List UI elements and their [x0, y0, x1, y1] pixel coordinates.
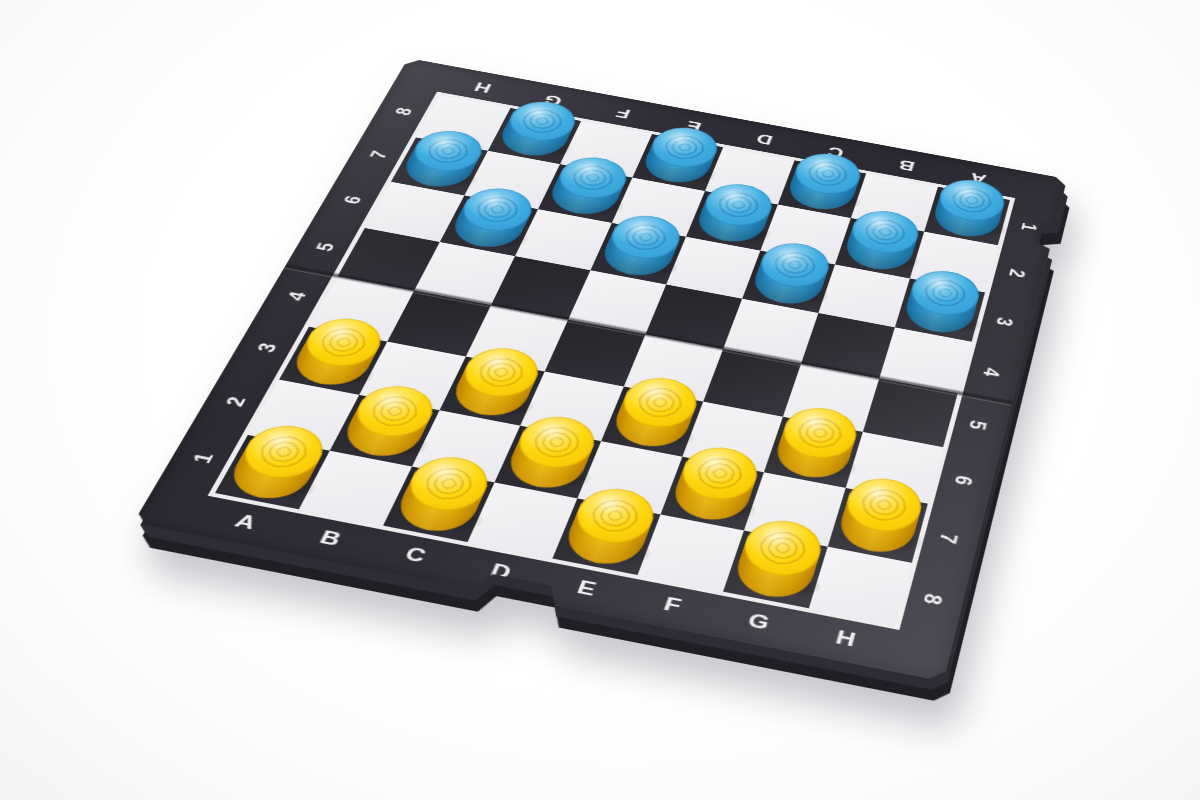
scene: ABCDEFGHHGFEDCBA8765432112345678 [0, 0, 1200, 800]
checkers-board: ABCDEFGHHGFEDCBA8765432112345678 [133, 58, 1067, 681]
